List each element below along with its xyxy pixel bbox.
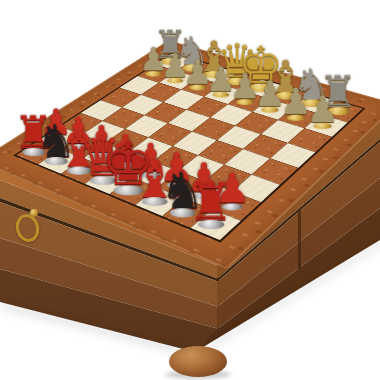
pawn-glyph: ♟ <box>306 92 339 128</box>
rook-glyph: ♜ <box>187 176 233 228</box>
chess-set-photo: ♜♞♝♛♚♝♞♜♟♟♟♟♟♟♟♟♟♟♟♟♟♟♟♟♜♞♝♛♚♝♞♜ <box>0 0 380 380</box>
